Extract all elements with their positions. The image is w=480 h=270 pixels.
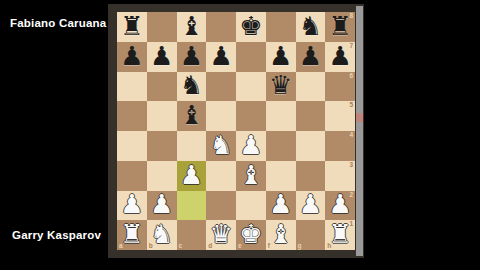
square-g8[interactable]: ♞: [296, 12, 326, 42]
piece-black-pawn[interactable]: ♟: [120, 43, 143, 69]
piece-white-pawn[interactable]: ♟: [150, 191, 173, 217]
square-h3[interactable]: 3: [325, 161, 355, 191]
chess-board: ♜♝♚♞8♜♟♟♟♟♟♟7♟♞♛6♝5♞♟4♟♝3♟♟♟♟2♟a♜b♞cd♛e♚…: [117, 12, 355, 250]
square-b2[interactable]: ♟: [147, 191, 177, 221]
piece-black-pawn[interactable]: ♟: [269, 43, 292, 69]
square-d1[interactable]: d♛: [206, 220, 236, 250]
square-f5[interactable]: [266, 101, 296, 131]
square-e8[interactable]: ♚: [236, 12, 266, 42]
piece-white-pawn[interactable]: ♟: [180, 162, 203, 188]
square-d5[interactable]: [206, 101, 236, 131]
piece-black-rook[interactable]: ♜: [328, 13, 351, 39]
square-f4[interactable]: [266, 131, 296, 161]
square-h8[interactable]: 8♜: [325, 12, 355, 42]
square-d6[interactable]: [206, 72, 236, 102]
square-g4[interactable]: [296, 131, 326, 161]
square-h5[interactable]: 5: [325, 101, 355, 131]
piece-white-king[interactable]: ♚: [239, 221, 262, 247]
square-h2[interactable]: 2♟: [325, 191, 355, 221]
square-a2[interactable]: ♟: [117, 191, 147, 221]
square-a1[interactable]: a♜: [117, 220, 147, 250]
square-d7[interactable]: ♟: [206, 42, 236, 72]
square-c5[interactable]: ♝: [177, 101, 207, 131]
square-d4[interactable]: ♞: [206, 131, 236, 161]
piece-white-bishop[interactable]: ♝: [239, 162, 262, 188]
piece-black-pawn[interactable]: ♟: [328, 43, 351, 69]
piece-white-pawn[interactable]: ♟: [239, 132, 262, 158]
square-c7[interactable]: ♟: [177, 42, 207, 72]
square-c6[interactable]: ♞: [177, 72, 207, 102]
square-a6[interactable]: [117, 72, 147, 102]
square-g7[interactable]: ♟: [296, 42, 326, 72]
square-b5[interactable]: [147, 101, 177, 131]
square-f2[interactable]: ♟: [266, 191, 296, 221]
coord-file-g: g: [298, 243, 302, 250]
square-h7[interactable]: 7♟: [325, 42, 355, 72]
square-h1[interactable]: 1h♜: [325, 220, 355, 250]
square-f1[interactable]: f♝: [266, 220, 296, 250]
square-c2[interactable]: [177, 191, 207, 221]
square-a8[interactable]: ♜: [117, 12, 147, 42]
square-a5[interactable]: [117, 101, 147, 131]
coord-rank-3: 3: [349, 162, 353, 169]
square-f6[interactable]: ♛: [266, 72, 296, 102]
square-c1[interactable]: c: [177, 220, 207, 250]
square-f3[interactable]: [266, 161, 296, 191]
piece-black-pawn[interactable]: ♟: [209, 43, 232, 69]
square-b4[interactable]: [147, 131, 177, 161]
piece-black-knight[interactable]: ♞: [299, 13, 322, 39]
piece-white-knight[interactable]: ♞: [209, 132, 232, 158]
square-b8[interactable]: [147, 12, 177, 42]
piece-white-queen[interactable]: ♛: [209, 221, 232, 247]
piece-black-rook[interactable]: ♜: [120, 13, 143, 39]
piece-black-bishop[interactable]: ♝: [180, 13, 203, 39]
square-e1[interactable]: e♚: [236, 220, 266, 250]
square-b6[interactable]: [147, 72, 177, 102]
piece-white-pawn[interactable]: ♟: [120, 191, 143, 217]
square-g3[interactable]: [296, 161, 326, 191]
square-e3[interactable]: ♝: [236, 161, 266, 191]
piece-black-king[interactable]: ♚: [239, 13, 262, 39]
square-h6[interactable]: 6: [325, 72, 355, 102]
square-g6[interactable]: [296, 72, 326, 102]
square-c8[interactable]: ♝: [177, 12, 207, 42]
piece-black-pawn[interactable]: ♟: [299, 43, 322, 69]
piece-white-pawn[interactable]: ♟: [328, 191, 351, 217]
coord-file-c: c: [179, 243, 183, 250]
piece-black-bishop[interactable]: ♝: [180, 102, 203, 128]
square-c3[interactable]: ♟: [177, 161, 207, 191]
video-frame: Fabiano Caruana Garry Kasparov ♜♝♚♞8♜♟♟♟…: [0, 0, 480, 270]
square-e7[interactable]: [236, 42, 266, 72]
piece-black-pawn[interactable]: ♟: [180, 43, 203, 69]
square-e2[interactable]: [236, 191, 266, 221]
piece-white-rook[interactable]: ♜: [120, 221, 143, 247]
square-c4[interactable]: [177, 131, 207, 161]
piece-white-knight[interactable]: ♞: [150, 221, 173, 247]
square-g2[interactable]: ♟: [296, 191, 326, 221]
square-g1[interactable]: g: [296, 220, 326, 250]
square-a7[interactable]: ♟: [117, 42, 147, 72]
square-b3[interactable]: [147, 161, 177, 191]
piece-white-pawn[interactable]: ♟: [299, 191, 322, 217]
square-a4[interactable]: [117, 131, 147, 161]
square-e6[interactable]: [236, 72, 266, 102]
player-name-black: Fabiano Caruana: [10, 17, 106, 29]
square-d2[interactable]: [206, 191, 236, 221]
scrollbar-marker: [356, 113, 363, 122]
square-h4[interactable]: 4: [325, 131, 355, 161]
coord-rank-6: 6: [349, 73, 353, 80]
piece-white-pawn[interactable]: ♟: [269, 191, 292, 217]
square-d8[interactable]: [206, 12, 236, 42]
piece-white-bishop[interactable]: ♝: [269, 221, 292, 247]
square-e5[interactable]: [236, 101, 266, 131]
square-b1[interactable]: b♞: [147, 220, 177, 250]
square-f7[interactable]: ♟: [266, 42, 296, 72]
piece-black-knight[interactable]: ♞: [180, 72, 203, 98]
square-g5[interactable]: [296, 101, 326, 131]
player-name-white: Garry Kasparov: [12, 229, 101, 241]
board-frame: ♜♝♚♞8♜♟♟♟♟♟♟7♟♞♛6♝5♞♟4♟♝3♟♟♟♟2♟a♜b♞cd♛e♚…: [108, 4, 364, 258]
coord-rank-4: 4: [349, 132, 353, 139]
square-f8[interactable]: [266, 12, 296, 42]
piece-black-pawn[interactable]: ♟: [150, 43, 173, 69]
square-a3[interactable]: [117, 161, 147, 191]
piece-black-queen[interactable]: ♛: [269, 72, 292, 98]
square-b7[interactable]: ♟: [147, 42, 177, 72]
scrollbar[interactable]: [356, 6, 363, 256]
square-e4[interactable]: ♟: [236, 131, 266, 161]
square-d3[interactable]: [206, 161, 236, 191]
piece-white-rook[interactable]: ♜: [328, 221, 351, 247]
coord-rank-5: 5: [349, 102, 353, 109]
